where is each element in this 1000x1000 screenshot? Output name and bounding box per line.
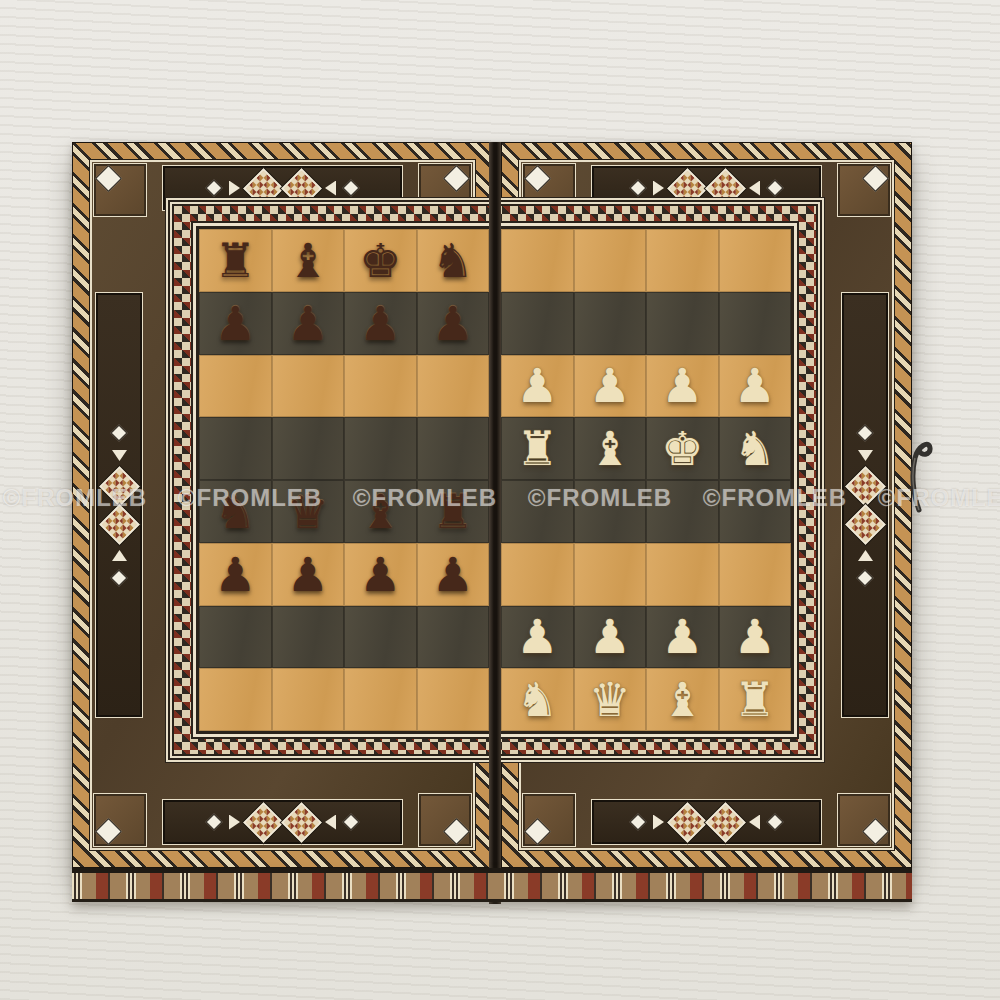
square-e6[interactable] [272,606,345,669]
piece-white-bishop: ♝ [661,676,703,723]
square-h1[interactable]: ♜ [501,417,574,480]
piece-black-pawn: ♟ [214,551,256,598]
watermark: ©FROMLEB [703,484,847,512]
watermark: ©FROMLEB [528,484,672,512]
corner-motif [93,163,147,217]
square-b8[interactable]: ♞ [417,229,490,292]
square-b4[interactable] [719,229,792,292]
square-a3[interactable] [719,543,792,606]
mosaic-panel-bottom [591,799,822,845]
square-b6[interactable] [417,355,490,418]
square-a5[interactable] [417,668,490,731]
piece-black-pawn: ♟ [432,551,474,598]
piece-black-rook: ♜ [214,237,256,284]
photo-canvas: ♜♟♞♟♝♟♛♟♚♟♝♟♞♟♜♟ ♟♜♟♞♟♝♟♛♟♚♟♝♟♞♟♜ ©FROML… [0,0,1000,1000]
square-e3[interactable] [574,543,647,606]
square-h4[interactable] [501,229,574,292]
corner-motif [93,793,147,847]
square-a6[interactable] [417,606,490,669]
square-f2[interactable]: ♟ [574,355,647,418]
watermark: ©FROMLEB [3,484,147,512]
square-c5[interactable] [344,668,417,731]
corner-motif [837,793,891,847]
piece-white-pawn: ♟ [516,613,558,660]
piece-white-pawn: ♟ [734,613,776,660]
square-f3[interactable] [574,292,647,355]
piece-white-pawn: ♟ [661,613,703,660]
squares-right-half: ♟♜♟♞♟♝♟♛♟♚♟♝♟♞♟♜ [501,229,791,731]
square-a7[interactable]: ♟ [417,543,490,606]
piece-white-queen: ♛ [589,676,631,723]
square-b2[interactable]: ♟ [719,355,792,418]
square-f1[interactable]: ♝ [574,417,647,480]
square-f6[interactable] [272,355,345,418]
watermark: ©FROMLEB [353,484,497,512]
square-c3[interactable] [646,543,719,606]
square-h5[interactable] [199,417,272,480]
square-h8[interactable]: ♜ [199,229,272,292]
box-side-mosaic-edge [72,868,912,902]
piece-white-pawn: ♟ [516,362,558,409]
piece-black-pawn: ♟ [214,300,256,347]
piece-black-pawn: ♟ [287,551,329,598]
square-e2[interactable]: ♟ [574,606,647,669]
square-h7[interactable]: ♟ [199,292,272,355]
watermark: ©FROMLEB [878,484,1000,512]
square-f4[interactable] [574,229,647,292]
piece-white-king: ♚ [661,425,703,472]
square-g6[interactable] [199,606,272,669]
square-g3[interactable] [501,543,574,606]
square-d7[interactable]: ♟ [344,292,417,355]
square-d8[interactable]: ♚ [344,229,417,292]
square-b3[interactable] [719,292,792,355]
square-d2[interactable]: ♟ [646,355,719,418]
mosaic-panel-bottom [162,799,403,845]
square-g7[interactable]: ♟ [199,543,272,606]
square-c7[interactable]: ♟ [344,543,417,606]
piece-white-pawn: ♟ [589,362,631,409]
piece-white-pawn: ♟ [589,613,631,660]
square-g5[interactable] [199,668,272,731]
squares-left-half: ♜♟♞♟♝♟♛♟♚♟♝♟♞♟♜♟ [199,229,489,731]
square-c2[interactable]: ♟ [646,606,719,669]
piece-black-pawn: ♟ [359,300,401,347]
piece-white-rook: ♜ [516,425,558,472]
square-h2[interactable]: ♟ [501,355,574,418]
square-g2[interactable]: ♟ [501,606,574,669]
square-d3[interactable] [646,292,719,355]
piece-black-pawn: ♟ [359,551,401,598]
piece-black-pawn: ♟ [432,300,474,347]
square-a2[interactable]: ♟ [719,606,792,669]
square-d4[interactable] [646,229,719,292]
square-e7[interactable]: ♟ [272,543,345,606]
square-f5[interactable] [272,417,345,480]
piece-white-bishop: ♝ [589,425,631,472]
piece-white-pawn: ♟ [661,362,703,409]
watermark: ©FROMLEB [178,484,322,512]
square-h6[interactable] [199,355,272,418]
square-h3[interactable] [501,292,574,355]
piece-white-pawn: ♟ [734,362,776,409]
piece-black-knight: ♞ [432,237,474,284]
corner-motif [522,793,576,847]
square-a1[interactable]: ♜ [719,668,792,731]
square-d1[interactable]: ♚ [646,417,719,480]
square-b5[interactable] [417,417,490,480]
square-d5[interactable] [344,417,417,480]
fold-seam [489,142,501,904]
piece-white-rook: ♜ [734,676,776,723]
square-b1[interactable]: ♞ [719,417,792,480]
piece-white-knight: ♞ [734,425,776,472]
square-c1[interactable]: ♝ [646,668,719,731]
square-c6[interactable] [344,606,417,669]
piece-black-bishop: ♝ [287,237,329,284]
square-e1[interactable]: ♛ [574,668,647,731]
corner-motif [837,163,891,217]
square-f8[interactable]: ♝ [272,229,345,292]
square-b7[interactable]: ♟ [417,292,490,355]
piece-black-king: ♚ [359,237,401,284]
square-f7[interactable]: ♟ [272,292,345,355]
square-d6[interactable] [344,355,417,418]
piece-black-pawn: ♟ [287,300,329,347]
corner-motif [418,793,472,847]
square-e5[interactable] [272,668,345,731]
piece-white-knight: ♞ [516,676,558,723]
square-g1[interactable]: ♞ [501,668,574,731]
